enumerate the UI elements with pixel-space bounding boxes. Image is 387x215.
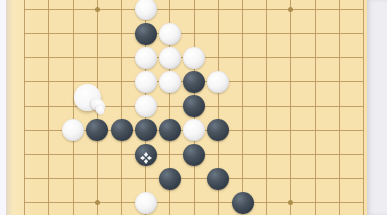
white-stone	[135, 192, 157, 214]
black-stone	[159, 168, 181, 190]
right-edge-strip	[367, 0, 387, 215]
white-stone	[135, 71, 157, 93]
white-stone	[159, 23, 181, 45]
black-stone	[183, 144, 205, 166]
white-stone	[135, 95, 157, 117]
black-stone	[135, 119, 157, 141]
black-stone	[111, 119, 133, 141]
white-stone	[159, 71, 181, 93]
grid-hline-4	[24, 9, 364, 10]
grid-hline-12	[24, 202, 364, 203]
grid-hline-5	[24, 33, 364, 34]
black-stone	[207, 168, 229, 190]
star-point	[95, 7, 100, 12]
black-stone	[232, 192, 254, 214]
black-stone	[183, 71, 205, 93]
gomoku-app-screenshot	[0, 0, 387, 215]
white-stone	[159, 47, 181, 69]
grid-hline-11	[24, 178, 364, 179]
white-stone	[183, 47, 205, 69]
black-stone	[135, 23, 157, 45]
white-stone	[135, 47, 157, 69]
black-stone	[135, 144, 157, 166]
left-edge-strip	[0, 0, 6, 215]
